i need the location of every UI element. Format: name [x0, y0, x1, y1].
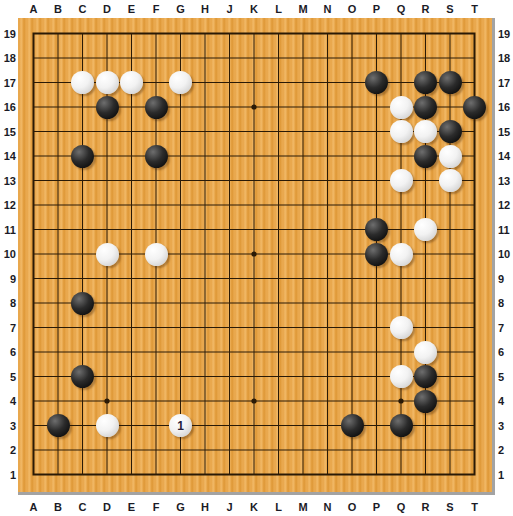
row-label-right-1: 1: [498, 468, 513, 482]
col-label-bottom-L: L: [269, 499, 289, 515]
col-label-top-T: T: [465, 1, 485, 17]
col-label-top-C: C: [73, 1, 93, 17]
row-label-right-8: 8: [498, 296, 513, 310]
col-label-bottom-T: T: [465, 499, 485, 515]
stone-black-R17: [414, 71, 437, 94]
stone-white-S14: [439, 145, 462, 168]
move-number-label: 1: [169, 414, 192, 437]
row-label-left-17: 17: [0, 76, 16, 90]
row-label-left-3: 3: [0, 419, 16, 433]
row-label-left-2: 2: [0, 443, 16, 457]
stone-white-Q15: [390, 120, 413, 143]
col-label-top-E: E: [122, 1, 142, 17]
row-label-left-19: 19: [0, 27, 16, 41]
row-label-right-18: 18: [498, 51, 513, 65]
row-label-left-10: 10: [0, 247, 16, 261]
col-label-bottom-Q: Q: [391, 499, 411, 515]
col-label-top-G: G: [171, 1, 191, 17]
col-label-top-R: R: [416, 1, 436, 17]
col-label-bottom-H: H: [195, 499, 215, 515]
stone-white-S13: [439, 169, 462, 192]
col-label-top-D: D: [97, 1, 117, 17]
row-label-right-9: 9: [498, 272, 513, 286]
col-label-bottom-G: G: [171, 499, 191, 515]
stone-black-P10: [365, 243, 388, 266]
stone-black-C5: [71, 365, 94, 388]
col-label-top-B: B: [48, 1, 68, 17]
stone-white-Q13: [390, 169, 413, 192]
stone-black-T16: [463, 96, 486, 119]
stone-white-G17: [169, 71, 192, 94]
col-label-top-M: M: [293, 1, 313, 17]
row-label-left-12: 12: [0, 198, 16, 212]
row-label-right-14: 14: [498, 149, 513, 163]
go-board-screen: ABCDEFGHJKLMNOPQRST ABCDEFGHJKLMNOPQRST …: [0, 0, 513, 516]
stone-black-F16: [145, 96, 168, 119]
row-label-right-11: 11: [498, 223, 513, 237]
col-label-bottom-D: D: [97, 499, 117, 515]
stone-black-S17: [439, 71, 462, 94]
row-label-left-16: 16: [0, 100, 16, 114]
row-label-left-11: 11: [0, 223, 16, 237]
col-label-top-J: J: [220, 1, 240, 17]
col-label-bottom-C: C: [73, 499, 93, 515]
stone-white-Q10: [390, 243, 413, 266]
col-label-top-L: L: [269, 1, 289, 17]
row-label-left-7: 7: [0, 321, 16, 335]
stone-black-P17: [365, 71, 388, 94]
stone-black-C14: [71, 145, 94, 168]
col-label-top-S: S: [440, 1, 460, 17]
stone-white-C17: [71, 71, 94, 94]
col-label-bottom-B: B: [48, 499, 68, 515]
stone-white-R11: [414, 218, 437, 241]
stone-black-C8: [71, 292, 94, 315]
row-label-left-5: 5: [0, 370, 16, 384]
col-label-top-A: A: [24, 1, 44, 17]
stone-white-G3: 1: [169, 414, 192, 437]
row-label-left-6: 6: [0, 345, 16, 359]
row-label-right-13: 13: [498, 174, 513, 188]
stone-white-F10: [145, 243, 168, 266]
row-label-left-14: 14: [0, 149, 16, 163]
stone-white-D17: [96, 71, 119, 94]
row-label-left-4: 4: [0, 394, 16, 408]
col-label-top-H: H: [195, 1, 215, 17]
col-label-bottom-N: N: [318, 499, 338, 515]
row-label-left-18: 18: [0, 51, 16, 65]
stone-white-Q16: [390, 96, 413, 119]
col-label-bottom-F: F: [146, 499, 166, 515]
stone-black-R14: [414, 145, 437, 168]
col-label-top-F: F: [146, 1, 166, 17]
stone-black-R5: [414, 365, 437, 388]
row-label-right-10: 10: [498, 247, 513, 261]
col-label-top-N: N: [318, 1, 338, 17]
col-label-bottom-J: J: [220, 499, 240, 515]
col-label-top-Q: Q: [391, 1, 411, 17]
col-label-bottom-K: K: [244, 499, 264, 515]
col-label-bottom-S: S: [440, 499, 460, 515]
row-label-right-6: 6: [498, 345, 513, 359]
row-label-right-17: 17: [498, 76, 513, 90]
stone-white-R6: [414, 341, 437, 364]
col-label-bottom-A: A: [24, 499, 44, 515]
stone-black-F14: [145, 145, 168, 168]
row-label-right-4: 4: [498, 394, 513, 408]
stone-white-Q5: [390, 365, 413, 388]
stone-black-P11: [365, 218, 388, 241]
col-label-bottom-O: O: [342, 499, 362, 515]
col-label-top-O: O: [342, 1, 362, 17]
row-label-left-1: 1: [0, 468, 16, 482]
stone-white-D10: [96, 243, 119, 266]
stone-white-Q7: [390, 316, 413, 339]
stone-black-Q3: [390, 414, 413, 437]
col-label-top-K: K: [244, 1, 264, 17]
col-label-bottom-R: R: [416, 499, 436, 515]
row-label-right-2: 2: [498, 443, 513, 457]
stone-black-S15: [439, 120, 462, 143]
row-label-left-8: 8: [0, 296, 16, 310]
row-label-right-3: 3: [498, 419, 513, 433]
col-label-bottom-E: E: [122, 499, 142, 515]
col-label-top-P: P: [367, 1, 387, 17]
row-label-right-5: 5: [498, 370, 513, 384]
stone-white-E17: [120, 71, 143, 94]
row-label-right-19: 19: [498, 27, 513, 41]
stone-black-D16: [96, 96, 119, 119]
stone-black-R4: [414, 390, 437, 413]
stone-black-B3: [47, 414, 70, 437]
stone-white-D3: [96, 414, 119, 437]
stone-black-O3: [341, 414, 364, 437]
row-label-right-16: 16: [498, 100, 513, 114]
row-label-left-9: 9: [0, 272, 16, 286]
col-label-bottom-M: M: [293, 499, 313, 515]
goban[interactable]: 1: [18, 18, 495, 495]
row-label-left-13: 13: [0, 174, 16, 188]
stone-white-R15: [414, 120, 437, 143]
row-label-right-15: 15: [498, 125, 513, 139]
row-label-right-7: 7: [498, 321, 513, 335]
row-label-right-12: 12: [498, 198, 513, 212]
col-label-bottom-P: P: [367, 499, 387, 515]
stones-grid[interactable]: 1: [21, 21, 487, 487]
row-label-left-15: 15: [0, 125, 16, 139]
stone-black-R16: [414, 96, 437, 119]
